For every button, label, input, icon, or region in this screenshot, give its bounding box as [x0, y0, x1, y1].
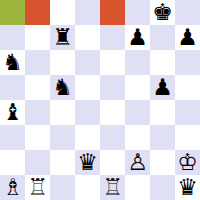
square-b4[interactable] [25, 100, 50, 125]
square-d8[interactable] [75, 0, 100, 25]
black-pawn-piece[interactable]: ♟ [152, 75, 173, 100]
square-b5[interactable] [25, 75, 50, 100]
square-g7[interactable] [150, 25, 175, 50]
square-a3[interactable] [0, 125, 25, 150]
square-g2[interactable] [150, 150, 175, 175]
square-c3[interactable] [50, 125, 75, 150]
white-pawn-piece[interactable]: ♙ [127, 150, 148, 175]
white-rook-piece[interactable]: ♖ [102, 175, 123, 200]
white-rook-piece[interactable]: ♖ [27, 175, 48, 200]
square-c4[interactable] [50, 100, 75, 125]
square-e3[interactable] [100, 125, 125, 150]
black-pawn-piece[interactable]: ♟ [177, 25, 198, 50]
square-e2[interactable] [100, 150, 125, 175]
square-d2[interactable]: ♛ [75, 150, 100, 175]
black-queen-piece[interactable]: ♛ [77, 150, 98, 175]
square-g6[interactable] [150, 50, 175, 75]
square-a7[interactable] [0, 25, 25, 50]
black-knight-piece[interactable]: ♞ [2, 50, 23, 75]
square-h1[interactable]: ♛ [175, 175, 200, 200]
square-a1[interactable]: ♗ [0, 175, 25, 200]
square-e8[interactable] [100, 0, 125, 25]
square-b6[interactable] [25, 50, 50, 75]
white-king-piece[interactable]: ♔ [177, 150, 198, 175]
square-h7[interactable]: ♟ [175, 25, 200, 50]
square-b1[interactable]: ♖ [25, 175, 50, 200]
square-g1[interactable] [150, 175, 175, 200]
square-c2[interactable] [50, 150, 75, 175]
black-rook-piece[interactable]: ♜ [52, 25, 73, 50]
square-d1[interactable] [75, 175, 100, 200]
square-b2[interactable] [25, 150, 50, 175]
square-f4[interactable] [125, 100, 150, 125]
white-bishop-piece[interactable]: ♗ [2, 175, 23, 200]
square-a4[interactable]: ♝ [0, 100, 25, 125]
square-a6[interactable]: ♞ [0, 50, 25, 75]
square-e7[interactable] [100, 25, 125, 50]
square-g8[interactable]: ♚ [150, 0, 175, 25]
square-h3[interactable] [175, 125, 200, 150]
square-d5[interactable] [75, 75, 100, 100]
square-d6[interactable] [75, 50, 100, 75]
square-e6[interactable] [100, 50, 125, 75]
square-d3[interactable] [75, 125, 100, 150]
black-king-piece[interactable]: ♚ [152, 0, 173, 25]
square-d4[interactable] [75, 100, 100, 125]
square-h8[interactable] [175, 0, 200, 25]
black-pawn-piece[interactable]: ♟ [127, 25, 148, 50]
square-a2[interactable] [0, 150, 25, 175]
square-f6[interactable] [125, 50, 150, 75]
black-bishop-piece[interactable]: ♝ [2, 100, 23, 125]
square-b8[interactable] [25, 0, 50, 25]
square-d7[interactable] [75, 25, 100, 50]
square-h2[interactable]: ♔ [175, 150, 200, 175]
square-h5[interactable] [175, 75, 200, 100]
square-e4[interactable] [100, 100, 125, 125]
square-e1[interactable]: ♖ [100, 175, 125, 200]
chess-board: ♚♜♟♟♞♞♟♝♛♙♔♗♖♖♛ [0, 0, 200, 200]
square-h6[interactable] [175, 50, 200, 75]
square-e5[interactable] [100, 75, 125, 100]
square-c6[interactable] [50, 50, 75, 75]
square-b3[interactable] [25, 125, 50, 150]
square-a8[interactable] [0, 0, 25, 25]
square-f8[interactable] [125, 0, 150, 25]
square-g4[interactable] [150, 100, 175, 125]
square-c1[interactable] [50, 175, 75, 200]
square-a5[interactable] [0, 75, 25, 100]
square-f3[interactable] [125, 125, 150, 150]
square-c5[interactable]: ♞ [50, 75, 75, 100]
square-c8[interactable] [50, 0, 75, 25]
square-f5[interactable] [125, 75, 150, 100]
square-f7[interactable]: ♟ [125, 25, 150, 50]
square-g3[interactable] [150, 125, 175, 150]
square-f1[interactable] [125, 175, 150, 200]
black-knight-piece[interactable]: ♞ [52, 75, 73, 100]
square-b7[interactable] [25, 25, 50, 50]
square-c7[interactable]: ♜ [50, 25, 75, 50]
black-queen-piece[interactable]: ♛ [177, 175, 198, 200]
square-f2[interactable]: ♙ [125, 150, 150, 175]
square-g5[interactable]: ♟ [150, 75, 175, 100]
square-h4[interactable] [175, 100, 200, 125]
